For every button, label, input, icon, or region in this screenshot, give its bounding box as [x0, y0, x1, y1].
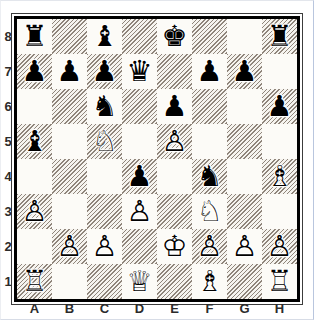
- square-d4: ♟: [122, 159, 157, 194]
- square-d6: [122, 89, 157, 124]
- rank-label-8: 8: [2, 19, 14, 54]
- file-label-D: D: [122, 300, 157, 318]
- piece-white-rook-h1: ♖: [267, 264, 293, 299]
- square-e2: ♔: [157, 229, 192, 264]
- square-c7: ♟: [87, 54, 122, 89]
- file-label-E: E: [157, 300, 192, 318]
- square-a6: [17, 89, 52, 124]
- file-labels: ABCDEFGH: [17, 300, 297, 318]
- piece-white-rook-a1: ♖: [22, 264, 48, 299]
- square-d2: [122, 229, 157, 264]
- square-e6: ♟: [157, 89, 192, 124]
- rank-labels: 87654321: [2, 19, 14, 299]
- piece-white-knight-f3: ♘: [197, 194, 223, 229]
- square-h6: ♟: [262, 89, 297, 124]
- square-f4: ♞: [192, 159, 227, 194]
- square-h5: [262, 124, 297, 159]
- square-f5: [192, 124, 227, 159]
- file-label-G: G: [227, 300, 262, 318]
- square-e1: [157, 264, 192, 299]
- square-a3: ♙: [17, 194, 52, 229]
- piece-white-king-e2: ♔: [162, 229, 188, 264]
- square-c5: ♘: [87, 124, 122, 159]
- piece-white-queen-d1: ♕: [127, 264, 153, 299]
- square-h8: ♜: [262, 19, 297, 54]
- piece-black-bishop-c8: ♝: [92, 19, 118, 54]
- piece-black-knight-c6: ♞: [92, 89, 118, 124]
- piece-white-pawn-h2: ♙: [267, 229, 293, 264]
- square-b8: [52, 19, 87, 54]
- chess-board: ♜♝♚♜♟♟♟♛♟♟♞♟♟♝♘♙♟♞♗♙♙♘♙♙♔♙♙♙♖♕♗♖: [14, 16, 300, 302]
- chess-diagram: 87654321 ♜♝♚♜♟♟♟♛♟♟♞♟♟♝♘♙♟♞♗♙♙♘♙♙♔♙♙♙♖♕♗…: [0, 0, 314, 320]
- square-c3: [87, 194, 122, 229]
- square-h1: ♖: [262, 264, 297, 299]
- piece-black-knight-f4: ♞: [197, 159, 223, 194]
- piece-black-pawn-d4: ♟: [127, 159, 153, 194]
- square-a2: [17, 229, 52, 264]
- piece-black-pawn-b7: ♟: [57, 54, 83, 89]
- piece-black-rook-a8: ♜: [22, 19, 48, 54]
- square-g3: [227, 194, 262, 229]
- piece-white-knight-c5: ♘: [92, 124, 118, 159]
- piece-white-pawn-b2: ♙: [57, 229, 83, 264]
- file-label-C: C: [87, 300, 122, 318]
- square-g5: [227, 124, 262, 159]
- square-d1: ♕: [122, 264, 157, 299]
- square-d5: [122, 124, 157, 159]
- square-h4: ♗: [262, 159, 297, 194]
- file-label-B: B: [52, 300, 87, 318]
- piece-black-pawn-h6: ♟: [267, 89, 293, 124]
- square-c6: ♞: [87, 89, 122, 124]
- square-d3: ♙: [122, 194, 157, 229]
- square-a4: [17, 159, 52, 194]
- square-e7: [157, 54, 192, 89]
- square-h2: ♙: [262, 229, 297, 264]
- square-e3: [157, 194, 192, 229]
- piece-black-bishop-a5: ♝: [22, 124, 48, 159]
- square-a8: ♜: [17, 19, 52, 54]
- square-b7: ♟: [52, 54, 87, 89]
- piece-black-pawn-a7: ♟: [22, 54, 48, 89]
- square-h3: [262, 194, 297, 229]
- rank-label-7: 7: [2, 54, 14, 89]
- square-g4: [227, 159, 262, 194]
- rank-label-6: 6: [2, 89, 14, 124]
- rank-label-4: 4: [2, 159, 14, 194]
- square-a7: ♟: [17, 54, 52, 89]
- piece-black-pawn-f7: ♟: [197, 54, 223, 89]
- square-a1: ♖: [17, 264, 52, 299]
- square-f3: ♘: [192, 194, 227, 229]
- square-f1: ♗: [192, 264, 227, 299]
- square-g2: ♙: [227, 229, 262, 264]
- piece-white-pawn-f2: ♙: [197, 229, 223, 264]
- square-d8: [122, 19, 157, 54]
- square-b3: [52, 194, 87, 229]
- square-b6: [52, 89, 87, 124]
- rank-label-1: 1: [2, 264, 14, 299]
- square-h7: [262, 54, 297, 89]
- piece-black-pawn-g7: ♟: [232, 54, 258, 89]
- file-label-A: A: [17, 300, 52, 318]
- piece-white-pawn-g2: ♙: [232, 229, 258, 264]
- square-f6: [192, 89, 227, 124]
- rank-label-5: 5: [2, 124, 14, 159]
- rank-label-3: 3: [2, 194, 14, 229]
- piece-white-pawn-e5: ♙: [162, 124, 188, 159]
- piece-black-rook-h8: ♜: [267, 19, 293, 54]
- square-g7: ♟: [227, 54, 262, 89]
- piece-black-king-e8: ♚: [162, 19, 188, 54]
- square-g8: [227, 19, 262, 54]
- square-c2: ♙: [87, 229, 122, 264]
- square-c1: [87, 264, 122, 299]
- square-d7: ♛: [122, 54, 157, 89]
- square-f2: ♙: [192, 229, 227, 264]
- piece-white-bishop-f1: ♗: [197, 264, 223, 299]
- square-e4: [157, 159, 192, 194]
- piece-white-pawn-a3: ♙: [22, 194, 48, 229]
- square-g1: [227, 264, 262, 299]
- square-a5: ♝: [17, 124, 52, 159]
- square-f7: ♟: [192, 54, 227, 89]
- piece-black-pawn-e6: ♟: [162, 89, 188, 124]
- file-label-F: F: [192, 300, 227, 318]
- square-e5: ♙: [157, 124, 192, 159]
- piece-black-queen-d7: ♛: [127, 54, 153, 89]
- piece-white-pawn-c2: ♙: [92, 229, 118, 264]
- piece-white-pawn-d3: ♙: [127, 194, 153, 229]
- square-b1: [52, 264, 87, 299]
- rank-label-2: 2: [2, 229, 14, 264]
- piece-black-pawn-c7: ♟: [92, 54, 118, 89]
- square-g6: [227, 89, 262, 124]
- square-e8: ♚: [157, 19, 192, 54]
- square-b5: [52, 124, 87, 159]
- square-c4: [87, 159, 122, 194]
- file-label-H: H: [262, 300, 297, 318]
- square-b4: [52, 159, 87, 194]
- piece-white-bishop-h4: ♗: [267, 159, 293, 194]
- square-c8: ♝: [87, 19, 122, 54]
- square-b2: ♙: [52, 229, 87, 264]
- square-f8: [192, 19, 227, 54]
